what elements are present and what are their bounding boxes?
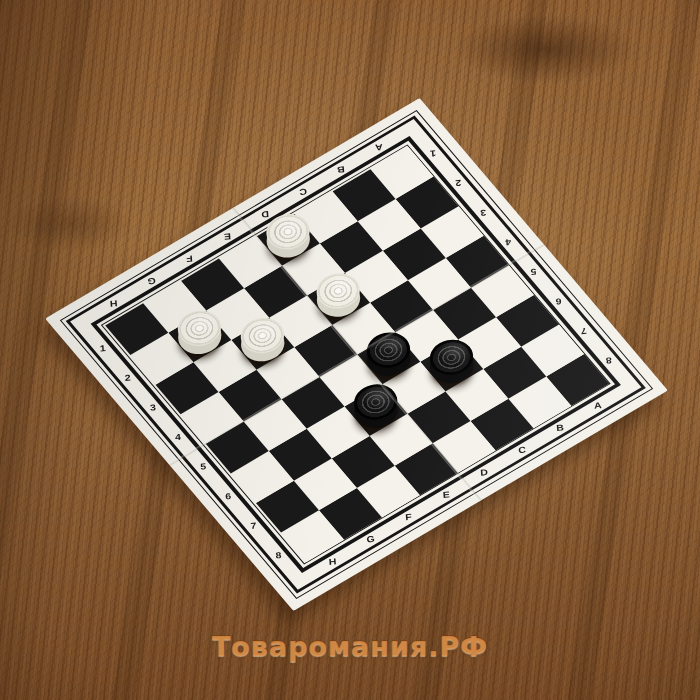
file-label-top-B: B [538,419,584,436]
file-label-bottom-E: E [205,228,251,245]
file-label-bottom-G: G [129,273,175,290]
file-label-top-H: H [310,553,356,570]
rank-label-right-8: 8 [270,536,289,574]
board-anchor: AA11BB22CC33DD44EE55FF66GG77HH88 [144,142,569,567]
rank-label-right-1: 1 [94,329,113,367]
rank-label-right-2: 2 [119,359,138,397]
rank-label-right-4: 4 [169,418,188,456]
file-label-bottom-B: B [319,161,365,178]
rank-label-left-5: 5 [525,253,544,291]
file-label-bottom-F: F [167,250,213,267]
rank-label-left-8: 8 [600,342,619,380]
rank-label-left-4: 4 [500,223,519,261]
file-label-top-G: G [348,531,394,548]
file-label-bottom-A: A [356,139,402,156]
rank-label-left-6: 6 [550,282,569,320]
rank-label-left-2: 2 [450,164,469,202]
file-label-top-D: D [462,464,508,481]
rank-label-left-7: 7 [575,312,594,350]
file-label-top-C: C [500,441,546,458]
rank-label-right-7: 7 [245,507,264,545]
scene: AA11BB22CC33DD44EE55FF66GG77HH88 Товаром… [0,0,700,700]
file-label-bottom-C: C [281,183,327,200]
rank-label-right-5: 5 [195,447,214,485]
rank-label-left-1: 1 [424,134,443,172]
file-label-top-F: F [386,508,432,525]
rank-label-right-3: 3 [144,388,163,426]
watermark-text: Товаромания.РФ [0,631,700,662]
file-label-bottom-H: H [91,295,137,312]
file-label-top-E: E [424,486,470,503]
file-label-top-A: A [575,397,621,414]
rank-label-left-3: 3 [475,194,494,232]
rank-label-right-6: 6 [220,477,239,515]
